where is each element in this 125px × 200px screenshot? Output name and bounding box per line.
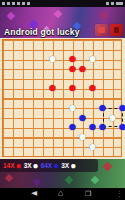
score-label: 3X bbox=[61, 159, 69, 172]
score-item-red: 14X● bbox=[3, 159, 22, 172]
score-item-white: 3X● bbox=[24, 159, 39, 172]
game-board[interactable]: ●●●●●●●●●●●●●●●●●●● bbox=[0, 38, 125, 159]
phone-screen: Android got lucky ●●●●●●●●●●●●●●●●●●● 14… bbox=[0, 0, 125, 200]
red-piece-icon: ● bbox=[16, 160, 22, 172]
header-action-button-2[interactable] bbox=[110, 24, 123, 36]
home-button[interactable]: ⌂ bbox=[58, 188, 63, 198]
status-bar[interactable] bbox=[0, 0, 125, 7]
system-status-icons bbox=[106, 2, 123, 5]
red-tile-icon bbox=[98, 27, 105, 33]
notification-icons bbox=[2, 2, 30, 5]
score-label: 64X bbox=[41, 159, 53, 172]
score-item-white: 3X● bbox=[61, 159, 76, 172]
navigation-bar: ◀ ⌂ ❐ ⋮ bbox=[0, 188, 125, 200]
header-action-button-1[interactable] bbox=[95, 24, 108, 36]
score-bar: 14X●3X●64X●3X● bbox=[0, 159, 98, 172]
winning-square-outline bbox=[103, 108, 123, 128]
score-label: 3X bbox=[24, 159, 32, 172]
blue-piece-icon: ● bbox=[53, 160, 59, 172]
white-piece-icon: ● bbox=[33, 160, 39, 172]
page-title: Android got lucky bbox=[4, 27, 80, 37]
menu-button[interactable]: ⋮ bbox=[116, 190, 123, 198]
white-piece-icon: ● bbox=[70, 160, 76, 172]
back-button[interactable]: ◀ bbox=[31, 190, 37, 197]
score-label: 14X bbox=[3, 159, 15, 172]
recents-button[interactable]: ❐ bbox=[85, 190, 91, 198]
header: Android got lucky bbox=[0, 7, 125, 38]
score-item-blue: 64X● bbox=[41, 159, 60, 172]
board-grid-lines bbox=[2, 39, 122, 157]
red-tile-icon bbox=[114, 27, 119, 33]
